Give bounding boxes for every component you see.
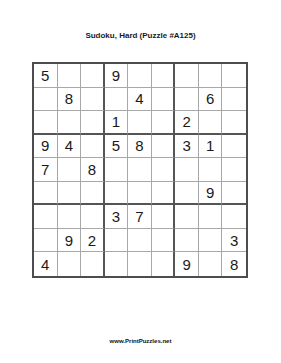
footer-link[interactable]: www.PrintPuzzles.net bbox=[0, 338, 281, 344]
cell-r8c2[interactable]: 9 bbox=[58, 229, 82, 253]
cell-r7c2[interactable] bbox=[58, 205, 82, 229]
cell-r3c3[interactable] bbox=[81, 111, 105, 135]
cell-r5c3[interactable]: 8 bbox=[81, 158, 105, 182]
cell-r5c1[interactable]: 7 bbox=[34, 158, 58, 182]
cell-r9c6[interactable] bbox=[152, 252, 176, 276]
cell-r8c4[interactable] bbox=[105, 229, 129, 253]
cell-r6c1[interactable] bbox=[34, 182, 58, 206]
cell-r5c4[interactable] bbox=[105, 158, 129, 182]
cell-r4c3[interactable] bbox=[81, 135, 105, 159]
cell-r4c7[interactable]: 3 bbox=[175, 135, 199, 159]
cell-r2c1[interactable] bbox=[34, 88, 58, 112]
cell-r1c8[interactable] bbox=[199, 64, 223, 88]
cell-r6c4[interactable] bbox=[105, 182, 129, 206]
cell-r3c6[interactable] bbox=[152, 111, 176, 135]
cell-r7c3[interactable] bbox=[81, 205, 105, 229]
cell-r1c7[interactable] bbox=[175, 64, 199, 88]
cell-r8c8[interactable] bbox=[199, 229, 223, 253]
cell-r6c2[interactable] bbox=[58, 182, 82, 206]
cell-r5c8[interactable] bbox=[199, 158, 223, 182]
cell-r1c4[interactable]: 9 bbox=[105, 64, 129, 88]
cell-r7c5[interactable]: 7 bbox=[128, 205, 152, 229]
cell-r4c9[interactable] bbox=[222, 135, 246, 159]
cell-r4c1[interactable]: 9 bbox=[34, 135, 58, 159]
cell-r6c6[interactable] bbox=[152, 182, 176, 206]
cell-r4c6[interactable] bbox=[152, 135, 176, 159]
cell-r8c3[interactable]: 2 bbox=[81, 229, 105, 253]
cell-r2c5[interactable]: 4 bbox=[128, 88, 152, 112]
cell-r7c1[interactable] bbox=[34, 205, 58, 229]
page: Sudoku, Hard (Puzzle #A125) 598461294583… bbox=[0, 0, 281, 363]
cell-r9c9[interactable]: 8 bbox=[222, 252, 246, 276]
cell-r1c3[interactable] bbox=[81, 64, 105, 88]
cell-r7c8[interactable] bbox=[199, 205, 223, 229]
cell-r3c5[interactable] bbox=[128, 111, 152, 135]
cell-r3c4[interactable]: 1 bbox=[105, 111, 129, 135]
cell-r8c1[interactable] bbox=[34, 229, 58, 253]
cell-r3c7[interactable]: 2 bbox=[175, 111, 199, 135]
cell-r1c5[interactable] bbox=[128, 64, 152, 88]
cell-r7c4[interactable]: 3 bbox=[105, 205, 129, 229]
cell-r7c9[interactable] bbox=[222, 205, 246, 229]
cell-r2c7[interactable] bbox=[175, 88, 199, 112]
cell-r9c2[interactable] bbox=[58, 252, 82, 276]
cell-r5c2[interactable] bbox=[58, 158, 82, 182]
cell-r8c5[interactable] bbox=[128, 229, 152, 253]
cell-r7c7[interactable] bbox=[175, 205, 199, 229]
cell-r5c9[interactable] bbox=[222, 158, 246, 182]
cell-r6c3[interactable] bbox=[81, 182, 105, 206]
cell-r1c6[interactable] bbox=[152, 64, 176, 88]
cell-r3c1[interactable] bbox=[34, 111, 58, 135]
cell-r8c9[interactable]: 3 bbox=[222, 229, 246, 253]
cell-r5c5[interactable] bbox=[128, 158, 152, 182]
cell-r2c4[interactable] bbox=[105, 88, 129, 112]
cell-r6c8[interactable]: 9 bbox=[199, 182, 223, 206]
cell-r2c2[interactable]: 8 bbox=[58, 88, 82, 112]
cell-r6c5[interactable] bbox=[128, 182, 152, 206]
cell-r7c6[interactable] bbox=[152, 205, 176, 229]
cell-r2c3[interactable] bbox=[81, 88, 105, 112]
cell-r2c9[interactable] bbox=[222, 88, 246, 112]
cell-r9c4[interactable] bbox=[105, 252, 129, 276]
puzzle-title: Sudoku, Hard (Puzzle #A125) bbox=[0, 31, 281, 40]
cell-r4c2[interactable]: 4 bbox=[58, 135, 82, 159]
cell-r4c8[interactable]: 1 bbox=[199, 135, 223, 159]
cell-r9c1[interactable]: 4 bbox=[34, 252, 58, 276]
sudoku-board: 598461294583178937923498 bbox=[32, 62, 248, 278]
cell-r3c2[interactable] bbox=[58, 111, 82, 135]
cell-r9c3[interactable] bbox=[81, 252, 105, 276]
cell-r3c8[interactable] bbox=[199, 111, 223, 135]
cell-r9c7[interactable]: 9 bbox=[175, 252, 199, 276]
cell-r1c2[interactable] bbox=[58, 64, 82, 88]
cell-r5c7[interactable] bbox=[175, 158, 199, 182]
cell-r1c9[interactable] bbox=[222, 64, 246, 88]
cell-r5c6[interactable] bbox=[152, 158, 176, 182]
cell-r4c4[interactable]: 5 bbox=[105, 135, 129, 159]
cell-r9c8[interactable] bbox=[199, 252, 223, 276]
cell-r4c5[interactable]: 8 bbox=[128, 135, 152, 159]
cell-r3c9[interactable] bbox=[222, 111, 246, 135]
cell-r1c1[interactable]: 5 bbox=[34, 64, 58, 88]
cell-r2c6[interactable] bbox=[152, 88, 176, 112]
cell-r6c7[interactable] bbox=[175, 182, 199, 206]
cell-r8c6[interactable] bbox=[152, 229, 176, 253]
cell-r6c9[interactable] bbox=[222, 182, 246, 206]
cell-r2c8[interactable]: 6 bbox=[199, 88, 223, 112]
cell-r8c7[interactable] bbox=[175, 229, 199, 253]
cell-r9c5[interactable] bbox=[128, 252, 152, 276]
